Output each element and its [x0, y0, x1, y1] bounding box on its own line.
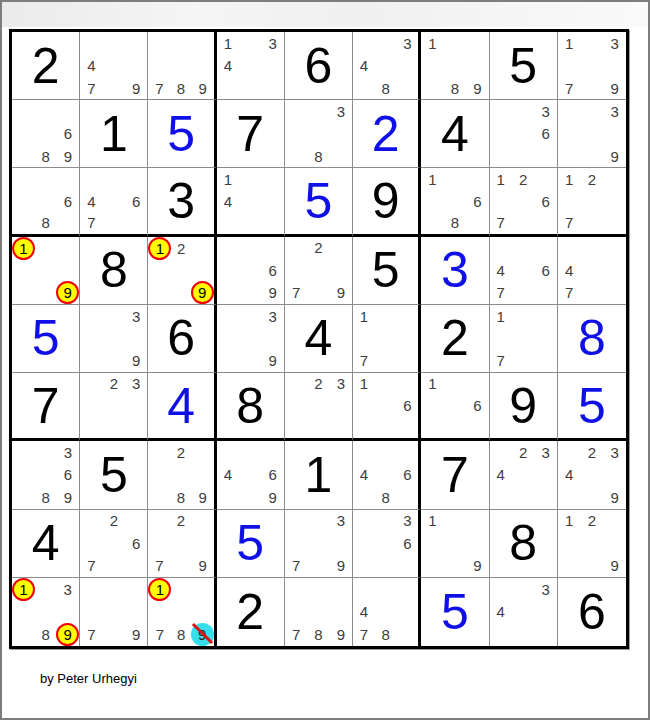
empty-candidate-slot [534, 212, 556, 234]
empty-candidate-slot [148, 260, 171, 281]
empty-candidate-slot [148, 486, 170, 508]
cell-r1c6[interactable]: 348 [353, 32, 421, 100]
empty-candidate-slot [581, 145, 604, 167]
empty-candidate-slot [239, 77, 261, 99]
cell-r2c7[interactable]: 4 [421, 100, 489, 168]
empty-candidate-slot [239, 305, 261, 327]
cell-r9c1[interactable]: 1389 [12, 578, 80, 646]
candidate-grid: 234 [490, 441, 557, 508]
empty-candidate-slot [217, 486, 239, 508]
cell-r5c5[interactable]: 4 [285, 305, 353, 373]
candidate-2: 2 [588, 445, 596, 460]
cell-r4c2[interactable]: 8 [80, 237, 148, 305]
cell-r7c3[interactable]: 289 [148, 441, 216, 509]
empty-candidate-slot [125, 212, 147, 234]
candidate-slot: 6 [57, 123, 79, 145]
candidate-slot: 8 [375, 77, 397, 99]
cell-r6c5[interactable]: 23 [285, 373, 353, 441]
cell-r5c3[interactable]: 6 [148, 305, 216, 373]
empty-candidate-slot [307, 532, 329, 554]
empty-candidate-slot [512, 145, 534, 167]
cell-r8c2[interactable]: 267 [80, 510, 148, 578]
empty-candidate-slot [125, 395, 147, 417]
candidate-9-chain-highlight: 9 [56, 623, 79, 646]
cell-r9c4[interactable]: 2 [217, 578, 285, 646]
candidate-grid: 1267 [490, 168, 557, 233]
empty-candidate-slot [330, 601, 352, 624]
candidate-4: 4 [360, 58, 368, 73]
cell-r2c9[interactable]: 39 [558, 100, 626, 168]
candidate-4: 4 [87, 194, 95, 209]
cell-r5c9[interactable]: 8 [558, 305, 626, 373]
empty-candidate-slot [397, 623, 419, 646]
cell-r8c9[interactable]: 129 [558, 510, 626, 578]
candidate-slot: 3 [261, 32, 283, 54]
given-digit: 8 [80, 237, 147, 304]
empty-candidate-slot [80, 305, 102, 327]
empty-candidate-slot [466, 54, 488, 76]
empty-candidate-slot [125, 327, 147, 349]
cell-r5c1[interactable]: 5 [12, 305, 80, 373]
candidate-slot: 3 [603, 32, 626, 54]
empty-candidate-slot [353, 510, 375, 532]
cell-r8c1[interactable]: 4 [12, 510, 80, 578]
candidate-slot: 4 [558, 259, 581, 281]
candidate-3: 3 [541, 104, 549, 119]
cell-r7c4[interactable]: 469 [217, 441, 285, 509]
candidate-slot: 3 [603, 441, 626, 463]
cell-r6c9[interactable]: 5 [558, 373, 626, 441]
empty-candidate-slot [512, 623, 534, 646]
candidate-slot: 9 [57, 145, 79, 167]
empty-candidate-slot [353, 32, 375, 54]
empty-candidate-slot [603, 54, 626, 76]
candidate-slot: 9 [125, 623, 147, 646]
cell-r7c2[interactable]: 5 [80, 441, 148, 509]
empty-candidate-slot [12, 441, 34, 463]
cell-r1c7[interactable]: 189 [421, 32, 489, 100]
empty-candidate-slot [217, 441, 239, 463]
cell-r1c2[interactable]: 479 [80, 32, 148, 100]
cell-r3c9[interactable]: 127 [558, 168, 626, 236]
candidate-grid: 3689 [12, 441, 79, 508]
candidate-2: 2 [588, 513, 596, 528]
empty-candidate-slot [191, 260, 214, 281]
empty-candidate-slot [217, 212, 239, 234]
cell-r2c1[interactable]: 689 [12, 100, 80, 168]
empty-candidate-slot [581, 237, 604, 259]
cell-r7c6[interactable]: 468 [353, 441, 421, 509]
solved-digit: 5 [12, 305, 79, 372]
empty-candidate-slot [512, 327, 534, 349]
cell-r9c7[interactable]: 5 [421, 578, 489, 646]
candidate-slot: 2 [307, 373, 329, 395]
empty-candidate-slot [534, 623, 556, 646]
cell-r3c8[interactable]: 1267 [490, 168, 558, 236]
empty-candidate-slot [103, 395, 125, 417]
cell-r8c6[interactable]: 36 [353, 510, 421, 578]
empty-candidate-slot [261, 237, 283, 259]
empty-candidate-slot [307, 578, 329, 601]
candidate-slot: 9 [192, 486, 214, 508]
empty-candidate-slot [35, 260, 56, 281]
empty-candidate-slot [191, 578, 214, 601]
candidate-3: 3 [337, 376, 345, 391]
cell-r7c5[interactable]: 1 [285, 441, 353, 509]
cell-r8c7[interactable]: 19 [421, 510, 489, 578]
cell-r2c5[interactable]: 38 [285, 100, 353, 168]
cell-r9c2[interactable]: 79 [80, 578, 148, 646]
candidate-slot: 9 [125, 77, 147, 99]
candidate-6: 6 [132, 536, 140, 551]
cell-r4c1[interactable]: 19 [12, 237, 80, 305]
empty-candidate-slot [148, 441, 170, 463]
empty-candidate-slot [512, 190, 534, 212]
candidate-7: 7 [565, 285, 573, 300]
candidate-slot: 8 [375, 623, 397, 646]
candidate-8: 8 [451, 215, 459, 230]
candidate-slot: 9 [603, 145, 626, 167]
cell-r1c1[interactable]: 2 [12, 32, 80, 100]
cell-r2c8[interactable]: 36 [490, 100, 558, 168]
candidate-7: 7 [497, 215, 505, 230]
candidate-slot: 1 [217, 168, 239, 190]
empty-candidate-slot [375, 601, 397, 624]
candidate-grid: 479 [80, 32, 147, 99]
candidate-6: 6 [403, 467, 411, 482]
given-digit: 8 [490, 510, 557, 577]
cell-r1c4[interactable]: 134 [217, 32, 285, 100]
author-caption: by Peter Urhegyi [40, 671, 137, 686]
empty-candidate-slot [444, 554, 466, 576]
empty-candidate-slot [192, 441, 214, 463]
empty-candidate-slot [558, 554, 581, 576]
candidate-slot: 6 [125, 190, 147, 212]
candidate-3: 3 [269, 36, 277, 51]
empty-candidate-slot [307, 100, 329, 122]
candidate-slot: 2 [103, 373, 125, 395]
empty-candidate-slot [103, 54, 125, 76]
candidate-slot: 9 [191, 623, 214, 646]
candidate-1: 1 [428, 36, 436, 51]
candidate-slot: 4 [80, 54, 102, 76]
empty-candidate-slot [558, 237, 581, 259]
empty-candidate-slot [34, 100, 56, 122]
candidate-slot: 2 [581, 168, 604, 190]
candidate-grid: 469 [217, 441, 284, 508]
candidate-slot: 6 [397, 464, 419, 486]
candidate-1-chain-highlight: 1 [148, 237, 171, 260]
candidate-grid: 39 [80, 305, 147, 372]
empty-candidate-slot [330, 259, 352, 281]
empty-candidate-slot [558, 486, 581, 508]
cell-r4c6[interactable]: 5 [353, 237, 421, 305]
cell-r7c1[interactable]: 3689 [12, 441, 80, 509]
candidate-4: 4 [497, 467, 505, 482]
candidate-9: 9 [64, 149, 72, 164]
candidate-8: 8 [382, 490, 390, 505]
candidate-slot: 7 [80, 554, 102, 576]
empty-candidate-slot [80, 532, 102, 554]
empty-candidate-slot [12, 601, 35, 623]
cell-r6c6[interactable]: 16 [353, 373, 421, 441]
candidate-slot: 1 [353, 373, 375, 395]
empty-candidate-slot [581, 32, 604, 54]
empty-candidate-slot [534, 305, 556, 327]
candidate-slot: 9 [191, 281, 214, 304]
cell-r6c7[interactable]: 16 [421, 373, 489, 441]
candidate-9-chain-highlight: 9 [191, 281, 214, 304]
empty-candidate-slot [285, 259, 307, 281]
empty-candidate-slot [534, 237, 556, 259]
candidate-3: 3 [610, 445, 618, 460]
cell-r8c5[interactable]: 379 [285, 510, 353, 578]
cell-r6c8[interactable]: 9 [490, 373, 558, 441]
empty-candidate-slot [148, 510, 170, 532]
candidate-9: 9 [473, 81, 481, 96]
cell-r4c3[interactable]: 129 [148, 237, 216, 305]
given-digit: 4 [12, 510, 79, 577]
empty-candidate-slot [512, 578, 534, 601]
empty-candidate-slot [558, 441, 581, 463]
empty-candidate-slot [603, 532, 626, 554]
cell-r3c6[interactable]: 9 [353, 168, 421, 236]
cell-r1c5[interactable]: 6 [285, 32, 353, 100]
candidate-3: 3 [610, 36, 618, 51]
cell-r4c8[interactable]: 467 [490, 237, 558, 305]
cell-r1c3[interactable]: 789 [148, 32, 216, 100]
empty-candidate-slot [490, 486, 512, 508]
candidate-7: 7 [155, 81, 163, 96]
candidate-slot: 3 [125, 373, 147, 395]
empty-candidate-slot [103, 532, 125, 554]
candidate-3: 3 [132, 376, 140, 391]
candidate-slot: 9 [330, 554, 352, 576]
cell-r5c7[interactable]: 2 [421, 305, 489, 373]
empty-candidate-slot [285, 100, 307, 122]
empty-candidate-slot [330, 395, 352, 417]
empty-candidate-slot [534, 168, 556, 190]
cell-r6c4[interactable]: 8 [217, 373, 285, 441]
candidate-1: 1 [565, 36, 573, 51]
cell-r8c4[interactable]: 5 [217, 510, 285, 578]
cell-r4c9[interactable]: 47 [558, 237, 626, 305]
empty-candidate-slot [170, 32, 192, 54]
candidate-7: 7 [565, 215, 573, 230]
empty-candidate-slot [421, 77, 443, 99]
empty-candidate-slot [307, 554, 329, 576]
cell-r3c3[interactable]: 3 [148, 168, 216, 236]
empty-candidate-slot [603, 281, 626, 303]
cell-r8c8[interactable]: 8 [490, 510, 558, 578]
cell-r9c8[interactable]: 34 [490, 578, 558, 646]
candidate-4: 4 [360, 604, 368, 619]
given-digit: 5 [80, 441, 147, 508]
candidate-slot: 2 [581, 441, 604, 463]
candidate-slot: 2 [171, 237, 190, 260]
given-digit: 5 [490, 32, 557, 99]
candidate-1: 1 [565, 172, 573, 187]
candidate-grid: 39 [217, 305, 284, 372]
cell-r3c1[interactable]: 68 [12, 168, 80, 236]
empty-candidate-slot [12, 464, 34, 486]
candidate-grid: 36 [353, 510, 418, 577]
cell-r1c8[interactable]: 5 [490, 32, 558, 100]
candidate-grid: 789 [285, 578, 352, 646]
cell-r1c9[interactable]: 1379 [558, 32, 626, 100]
candidate-1: 1 [428, 513, 436, 528]
cell-r4c5[interactable]: 279 [285, 237, 353, 305]
candidate-7: 7 [292, 627, 300, 642]
candidate-9: 9 [337, 627, 345, 642]
empty-candidate-slot [421, 54, 443, 76]
cell-r7c9[interactable]: 2349 [558, 441, 626, 509]
empty-candidate-slot [353, 417, 375, 439]
candidate-2: 2 [110, 376, 118, 391]
empty-candidate-slot [375, 417, 397, 439]
empty-candidate-slot [34, 168, 56, 190]
empty-candidate-slot [35, 237, 56, 260]
candidate-grid: 17 [353, 305, 418, 372]
candidate-slot: 1 [12, 578, 35, 601]
empty-candidate-slot [103, 190, 125, 212]
cell-r3c4[interactable]: 14 [217, 168, 285, 236]
candidate-3: 3 [132, 309, 140, 324]
candidate-grid: 467 [80, 168, 147, 233]
empty-candidate-slot [103, 578, 125, 601]
candidate-slot: 1 [353, 305, 375, 327]
candidate-slot: 7 [558, 281, 581, 303]
solved-digit: 2 [353, 100, 418, 167]
empty-candidate-slot [353, 486, 375, 508]
cell-r9c3[interactable]: 1789 [148, 578, 216, 646]
empty-candidate-slot [330, 123, 352, 145]
candidate-7: 7 [87, 627, 95, 642]
empty-candidate-slot [12, 168, 34, 190]
empty-candidate-slot [466, 373, 488, 395]
empty-candidate-slot [397, 54, 419, 76]
empty-candidate-slot [397, 601, 419, 624]
empty-candidate-slot [217, 259, 239, 281]
empty-candidate-slot [239, 350, 261, 372]
cell-r6c2[interactable]: 23 [80, 373, 148, 441]
empty-candidate-slot [375, 532, 397, 554]
given-digit: 9 [353, 168, 418, 233]
empty-candidate-slot [603, 168, 626, 190]
empty-candidate-slot [490, 578, 512, 601]
candidate-6: 6 [403, 398, 411, 413]
empty-candidate-slot [285, 510, 307, 532]
cell-r4c7[interactable]: 3 [421, 237, 489, 305]
empty-candidate-slot [239, 259, 261, 281]
candidate-slot: 9 [192, 554, 214, 576]
empty-candidate-slot [12, 100, 34, 122]
empty-candidate-slot [444, 532, 466, 554]
candidate-slot: 7 [80, 77, 102, 99]
empty-candidate-slot [34, 123, 56, 145]
cell-r7c8[interactable]: 234 [490, 441, 558, 509]
empty-candidate-slot [444, 417, 466, 439]
candidate-1: 1 [360, 376, 368, 391]
empty-candidate-slot [170, 464, 192, 486]
empty-candidate-slot [80, 168, 102, 190]
candidate-slot: 1 [421, 373, 443, 395]
candidate-grid: 189 [421, 32, 488, 99]
candidate-3: 3 [541, 445, 549, 460]
cell-r9c9[interactable]: 6 [558, 578, 626, 646]
candidate-grid: 134 [217, 32, 284, 99]
empty-candidate-slot [512, 486, 534, 508]
cell-r3c7[interactable]: 168 [421, 168, 489, 236]
cell-r2c4[interactable]: 7 [217, 100, 285, 168]
cell-r2c6[interactable]: 2 [353, 100, 421, 168]
candidate-grid: 16 [421, 373, 488, 438]
candidate-grid: 379 [285, 510, 352, 577]
cell-r7c7[interactable]: 7 [421, 441, 489, 509]
candidate-6: 6 [541, 194, 549, 209]
empty-candidate-slot [217, 237, 239, 259]
empty-candidate-slot [397, 373, 419, 395]
empty-candidate-slot [192, 510, 214, 532]
cell-r5c4[interactable]: 39 [217, 305, 285, 373]
empty-candidate-slot [534, 464, 556, 486]
candidate-slot: 9 [56, 281, 79, 304]
cell-r9c6[interactable]: 478 [353, 578, 421, 646]
cell-r5c2[interactable]: 39 [80, 305, 148, 373]
solved-digit: 3 [421, 237, 488, 304]
cell-r4c4[interactable]: 69 [217, 237, 285, 305]
cell-r2c3[interactable]: 5 [148, 100, 216, 168]
empty-candidate-slot [12, 486, 34, 508]
cell-r3c5[interactable]: 5 [285, 168, 353, 236]
empty-candidate-slot [239, 237, 261, 259]
candidate-slot: 2 [512, 441, 534, 463]
candidate-slot: 7 [148, 623, 171, 646]
candidate-9: 9 [132, 627, 140, 642]
cell-r6c1[interactable]: 7 [12, 373, 80, 441]
given-digit: 1 [80, 100, 147, 167]
candidate-slot: 9 [57, 486, 79, 508]
candidate-slot: 7 [148, 554, 170, 576]
candidate-slot: 7 [80, 212, 102, 234]
empty-candidate-slot [512, 281, 534, 303]
empty-candidate-slot [171, 601, 190, 623]
empty-candidate-slot [466, 532, 488, 554]
candidate-6: 6 [403, 536, 411, 551]
candidate-slot: 7 [353, 350, 375, 372]
cell-r5c8[interactable]: 17 [490, 305, 558, 373]
candidate-9: 9 [64, 490, 72, 505]
cell-r2c2[interactable]: 1 [80, 100, 148, 168]
cell-r6c3[interactable]: 4 [148, 373, 216, 441]
candidate-2: 2 [177, 513, 185, 528]
candidate-slot: 6 [261, 464, 283, 486]
candidate-slot: 1 [421, 32, 443, 54]
empty-candidate-slot [375, 464, 397, 486]
empty-candidate-slot [375, 305, 397, 327]
cell-r3c2[interactable]: 467 [80, 168, 148, 236]
solved-digit: 5 [421, 578, 488, 646]
empty-candidate-slot [125, 417, 147, 439]
empty-candidate-slot [512, 123, 534, 145]
cell-r9c5[interactable]: 789 [285, 578, 353, 646]
empty-candidate-slot [35, 281, 56, 304]
cell-r5c6[interactable]: 17 [353, 305, 421, 373]
cell-r8c3[interactable]: 279 [148, 510, 216, 578]
empty-candidate-slot [534, 486, 556, 508]
candidate-slot: 2 [170, 441, 192, 463]
empty-candidate-slot [261, 212, 283, 234]
